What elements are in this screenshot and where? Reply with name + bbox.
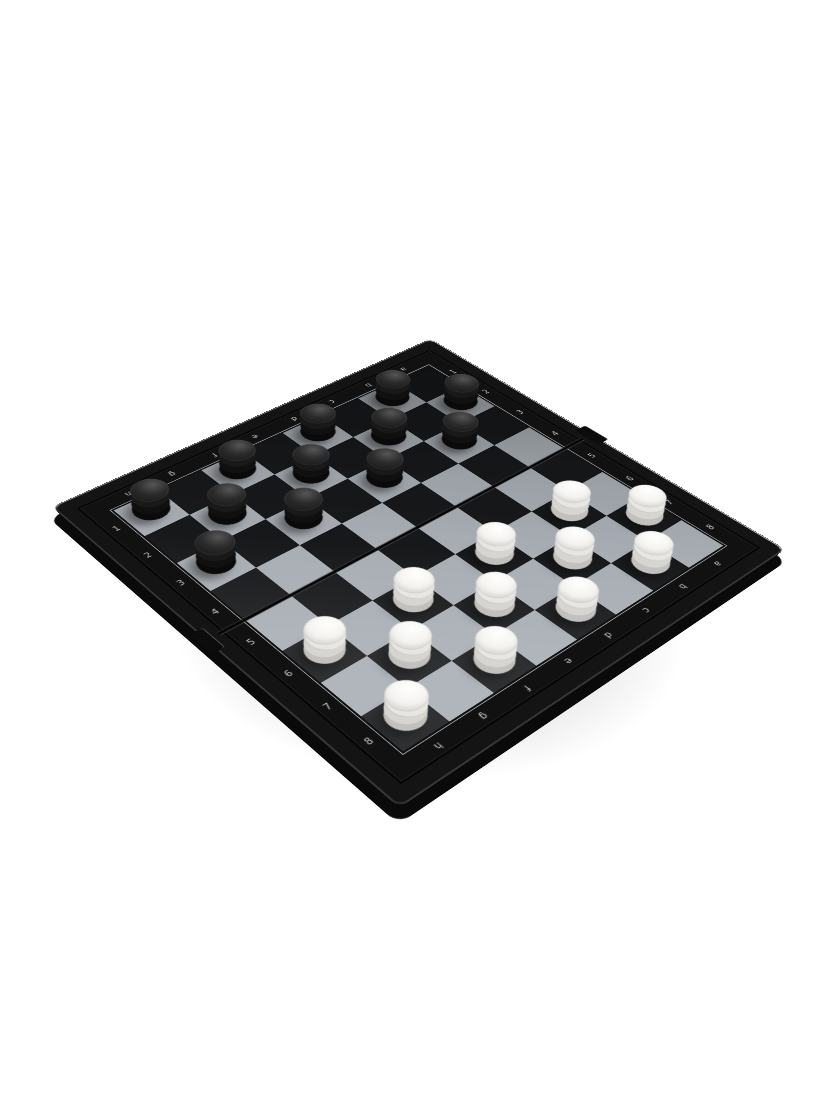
file-label: a: [690, 547, 745, 581]
product-photo-scene: 12345678 12345678 abcdefgh abcdefgh: [0, 0, 825, 1100]
